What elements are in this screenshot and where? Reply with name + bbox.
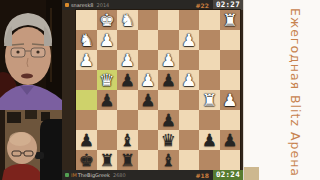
black-rook: ♜ (97, 150, 118, 170)
black-bishop: ♝ (117, 130, 138, 150)
square-f8[interactable]: ♜ (117, 150, 138, 170)
white-pawn: ♟ (138, 70, 159, 90)
top-player-name: snaresk8 (71, 0, 94, 10)
white-pawn: ♟ (220, 90, 241, 110)
square-f6[interactable] (117, 110, 138, 130)
bottom-player-name: IMTheBigGreek (71, 170, 110, 180)
square-f2[interactable] (117, 30, 138, 50)
square-d4[interactable]: ♟ (158, 70, 179, 90)
square-a7[interactable]: ♟ (220, 130, 241, 150)
white-knight: ♞ (76, 30, 97, 50)
square-b8[interactable] (199, 150, 220, 170)
white-pawn: ♟ (179, 30, 200, 50)
square-e2[interactable] (138, 30, 159, 50)
square-c4[interactable]: ♟ (179, 70, 200, 90)
square-d7[interactable]: ♛ (158, 130, 179, 150)
square-g4[interactable]: ♛ (97, 70, 118, 90)
tournament-banner-text: Ежегодная Blitz Арена (288, 8, 303, 176)
black-pawn: ♟ (220, 130, 241, 150)
square-g3[interactable] (97, 50, 118, 70)
bottom-player-clock: 02:24 (213, 170, 243, 180)
board-area: snaresk8 2014 #22 02:27 ♚♞♜♞♟♟♟♟♟♛♟♟♟♟♟♟… (62, 0, 243, 180)
square-e4[interactable]: ♟ (138, 70, 159, 90)
square-g2[interactable]: ♟ (97, 30, 118, 50)
square-f3[interactable]: ♟ (117, 50, 138, 70)
white-pawn: ♟ (117, 50, 138, 70)
square-d3[interactable]: ♟ (158, 50, 179, 70)
top-player-clock: 02:27 (213, 0, 243, 10)
black-queen: ♛ (158, 130, 179, 150)
chess-board[interactable]: ♚♞♜♞♟♟♟♟♟♛♟♟♟♟♟♟♜♟♟♟♝♛♟♟♚♜♜♝ (76, 10, 240, 170)
square-d5[interactable] (158, 90, 179, 110)
square-d2[interactable] (158, 30, 179, 50)
black-pawn: ♟ (158, 70, 179, 90)
square-e3[interactable] (138, 50, 159, 70)
square-h2[interactable]: ♞ (76, 30, 97, 50)
square-h4[interactable] (76, 70, 97, 90)
square-b3[interactable] (199, 50, 220, 70)
square-a5[interactable]: ♟ (220, 90, 241, 110)
square-c1[interactable] (179, 10, 200, 30)
black-bishop: ♝ (158, 150, 179, 170)
square-c2[interactable]: ♟ (179, 30, 200, 50)
square-h3[interactable]: ♟ (76, 50, 97, 70)
webcam-column (0, 0, 62, 180)
square-b1[interactable] (199, 10, 220, 30)
webcam-bottom-art (0, 110, 62, 180)
square-g8[interactable]: ♜ (97, 150, 118, 170)
stream-frame: snaresk8 2014 #22 02:27 ♚♞♜♞♟♟♟♟♟♛♟♟♟♟♟♟… (0, 0, 320, 180)
square-g6[interactable] (97, 110, 118, 130)
white-knight: ♞ (117, 10, 138, 30)
square-b5[interactable]: ♜ (199, 90, 220, 110)
square-e8[interactable] (138, 150, 159, 170)
bottom-player-rating: 2680 (113, 172, 126, 178)
square-d6[interactable]: ♟ (158, 110, 179, 130)
white-pawn: ♟ (97, 30, 118, 50)
square-f1[interactable]: ♞ (117, 10, 138, 30)
black-rook: ♜ (117, 150, 138, 170)
square-g1[interactable]: ♚ (97, 10, 118, 30)
white-pawn: ♟ (76, 50, 97, 70)
white-pawn: ♟ (179, 70, 200, 90)
square-c5[interactable] (179, 90, 200, 110)
square-c8[interactable] (179, 150, 200, 170)
top-player-bar: snaresk8 2014 #22 02:27 (62, 0, 243, 10)
square-b4[interactable] (199, 70, 220, 90)
white-pawn: ♟ (158, 50, 179, 70)
player-badge-icon (65, 173, 69, 177)
square-e1[interactable] (138, 10, 159, 30)
top-player-rank: #22 (196, 2, 209, 9)
bottom-player-rank: #18 (196, 172, 209, 179)
square-a6[interactable] (220, 110, 241, 130)
square-c6[interactable] (179, 110, 200, 130)
bottom-player-title: IM (71, 172, 77, 178)
black-pawn: ♟ (97, 90, 118, 110)
black-king: ♚ (76, 150, 97, 170)
white-queen: ♛ (97, 70, 118, 90)
square-f5[interactable] (117, 90, 138, 110)
square-a8[interactable] (220, 150, 241, 170)
square-e5[interactable]: ♟ (138, 90, 159, 110)
square-f7[interactable]: ♝ (117, 130, 138, 150)
square-a3[interactable] (220, 50, 241, 70)
square-e6[interactable] (138, 110, 159, 130)
black-pawn: ♟ (199, 130, 220, 150)
black-pawn: ♟ (158, 110, 179, 130)
bottom-player-name-text: TheBigGreek (78, 172, 110, 178)
square-b2[interactable] (199, 30, 220, 50)
white-king: ♚ (97, 10, 118, 30)
square-h6[interactable] (76, 110, 97, 130)
square-d1[interactable] (158, 10, 179, 30)
white-rook: ♜ (220, 10, 241, 30)
player-badge-icon (65, 3, 69, 7)
bottom-player-bar: IMTheBigGreek 2680 #18 02:24 (62, 170, 243, 180)
white-rook: ♜ (199, 90, 220, 110)
black-pawn: ♟ (117, 70, 138, 90)
tournament-banner-panel: Ежегодная Blitz Арена (243, 0, 320, 180)
webcam-top-art (0, 0, 62, 110)
panel-corner-patch (244, 167, 259, 180)
webcam-player-bottom (0, 110, 62, 180)
square-e7[interactable] (138, 130, 159, 150)
square-a4[interactable] (220, 70, 241, 90)
black-pawn: ♟ (138, 90, 159, 110)
square-h5[interactable] (76, 90, 97, 110)
square-b6[interactable] (199, 110, 220, 130)
top-player-rating: 2014 (97, 2, 110, 8)
square-h7[interactable]: ♟ (76, 130, 97, 150)
black-pawn: ♟ (76, 130, 97, 150)
square-a1[interactable]: ♜ (220, 10, 241, 30)
square-g5[interactable]: ♟ (97, 90, 118, 110)
square-g7[interactable] (97, 130, 118, 150)
square-c7[interactable] (179, 130, 200, 150)
square-f4[interactable]: ♟ (117, 70, 138, 90)
square-a2[interactable] (220, 30, 241, 50)
square-h1[interactable] (76, 10, 97, 30)
webcam-commentator-top (0, 0, 62, 110)
square-h8[interactable]: ♚ (76, 150, 97, 170)
square-c3[interactable] (179, 50, 200, 70)
square-d8[interactable]: ♝ (158, 150, 179, 170)
square-b7[interactable]: ♟ (199, 130, 220, 150)
